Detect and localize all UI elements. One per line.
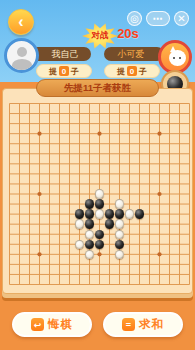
capture-prefix: 提: [117, 66, 125, 77]
stone-white: [115, 199, 124, 208]
more-icon[interactable]: ⋯: [146, 11, 170, 26]
home-icon[interactable]: ◎: [127, 11, 142, 26]
stone-white: [85, 250, 94, 259]
board-grid[interactable]: [9, 103, 190, 285]
cat-eye: [173, 57, 175, 59]
player-opponent-name: 小可爱: [118, 48, 145, 61]
stone-white: [75, 219, 84, 228]
stone-black: [75, 209, 84, 218]
cat-eye: [179, 57, 181, 59]
undo-label: 悔棋: [48, 317, 73, 332]
stone-black: [85, 219, 94, 228]
back-arrow-icon: ‹: [18, 13, 23, 31]
player-me-name: 我自己: [52, 48, 79, 61]
capture-prefix: 提: [49, 66, 57, 77]
stone-white: [75, 240, 84, 249]
stone-white: [115, 219, 124, 228]
capture-count: 0: [127, 66, 137, 76]
stone-black: [105, 209, 114, 218]
stone-black: [115, 240, 124, 249]
stone-black: [95, 240, 104, 249]
stone-white: [95, 209, 104, 218]
miniprogram-capsule: ◎ ⋯ ✕: [127, 11, 189, 26]
player-opponent-captures: 提 0 子: [104, 64, 160, 78]
stone-black: [95, 199, 104, 208]
draw-button[interactable]: = 求和: [103, 312, 183, 337]
move-timer: 20s: [106, 26, 150, 41]
avatar-silhouette-body: [12, 59, 32, 71]
stone-white: [85, 230, 94, 239]
back-button[interactable]: ‹: [8, 9, 34, 35]
rule-banner-text: 先提11子者获胜: [64, 82, 131, 95]
draw-icon: =: [122, 318, 135, 331]
stone-black: [95, 230, 104, 239]
stone-white: [115, 230, 124, 239]
stone-black: [115, 209, 124, 218]
player-opponent-avatar: [158, 40, 192, 74]
stone-white: [115, 250, 124, 259]
capture-count: 0: [59, 66, 69, 76]
player-me-captures: 提 0 子: [36, 64, 92, 78]
rule-banner: 先提11子者获胜: [36, 79, 159, 97]
stone-white: [95, 189, 104, 198]
stone-white: [125, 209, 134, 218]
player-opponent-nameplate: 小可爱: [104, 47, 164, 61]
capture-suffix: 子: [71, 66, 79, 77]
go-board: [2, 88, 193, 294]
cat-face: [169, 50, 186, 66]
stone-black: [85, 199, 94, 208]
capture-suffix: 子: [139, 66, 147, 77]
draw-label: 求和: [139, 317, 164, 332]
stone-black: [105, 219, 114, 228]
stone-black: [85, 209, 94, 218]
player-me-nameplate: 我自己: [31, 47, 91, 61]
stone-black: [135, 209, 144, 218]
stone-black: [85, 240, 94, 249]
player-me-avatar: [4, 38, 39, 73]
close-icon[interactable]: ✕: [174, 11, 189, 26]
undo-icon: ↩: [31, 318, 44, 331]
avatar-silhouette-head: [17, 47, 27, 57]
undo-button[interactable]: ↩ 悔棋: [12, 312, 92, 337]
